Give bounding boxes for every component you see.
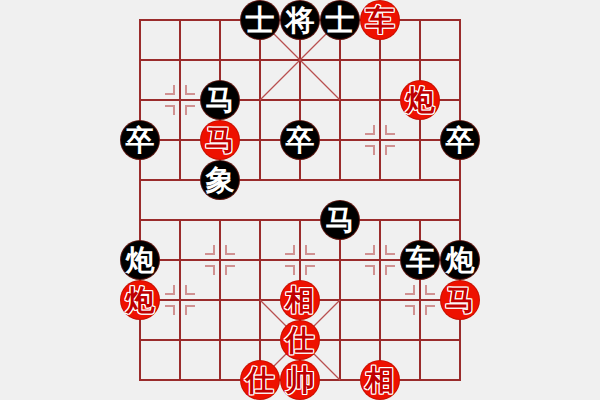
piece-black-cannon[interactable]: 炮: [120, 240, 160, 280]
piece-red-elephant[interactable]: 相: [360, 360, 400, 400]
piece-red-horse[interactable]: 马: [200, 120, 240, 160]
piece-black-advisor[interactable]: 士: [240, 0, 280, 40]
piece-red-horse[interactable]: 马: [440, 280, 480, 320]
piece-black-horse[interactable]: 马: [320, 200, 360, 240]
piece-black-cannon[interactable]: 炮: [440, 240, 480, 280]
piece-black-soldier[interactable]: 卒: [120, 120, 160, 160]
piece-black-horse[interactable]: 马: [200, 80, 240, 120]
piece-black-advisor[interactable]: 士: [320, 0, 360, 40]
piece-red-advisor[interactable]: 仕: [240, 360, 280, 400]
piece-black-chariot[interactable]: 车: [400, 240, 440, 280]
piece-red-cannon[interactable]: 炮: [120, 280, 160, 320]
piece-red-cannon[interactable]: 炮: [400, 80, 440, 120]
piece-red-chariot[interactable]: 车: [360, 0, 400, 40]
piece-black-soldier[interactable]: 卒: [440, 120, 480, 160]
piece-red-general[interactable]: 帅: [280, 360, 320, 400]
piece-red-advisor[interactable]: 仕: [280, 320, 320, 360]
piece-black-soldier[interactable]: 卒: [280, 120, 320, 160]
piece-black-elephant[interactable]: 象: [200, 160, 240, 200]
piece-black-general[interactable]: 将: [280, 0, 320, 40]
piece-red-elephant[interactable]: 相: [280, 280, 320, 320]
xiangqi-diagram: 士将士车马炮卒马卒卒象马炮车炮炮相马仕仕帅相: [0, 0, 600, 400]
